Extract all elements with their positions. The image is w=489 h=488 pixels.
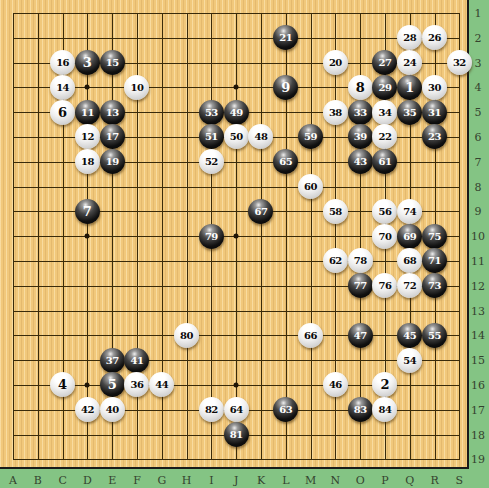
stone-43[interactable]: 43	[348, 149, 373, 174]
stone-78[interactable]: 78	[348, 248, 373, 273]
stone-22[interactable]: 22	[372, 124, 397, 149]
stone-84[interactable]: 84	[372, 397, 397, 422]
row-label-16: 16	[471, 379, 485, 392]
row-label-15: 15	[471, 354, 485, 367]
row-label-1: 1	[475, 7, 482, 20]
stone-82[interactable]: 82	[199, 397, 224, 422]
stone-58[interactable]: 58	[323, 199, 348, 224]
column-label-L: L	[282, 474, 289, 487]
stone-2[interactable]: 2	[372, 372, 397, 397]
stone-29[interactable]: 29	[372, 75, 397, 100]
stone-46[interactable]: 46	[323, 372, 348, 397]
stone-38[interactable]: 38	[323, 100, 348, 125]
stone-18[interactable]: 18	[75, 149, 100, 174]
stone-80[interactable]: 80	[174, 323, 199, 348]
stone-39[interactable]: 39	[348, 124, 373, 149]
stone-8[interactable]: 8	[348, 75, 373, 100]
stone-17[interactable]: 17	[100, 124, 125, 149]
go-board-viewer: 2128261631520272432141098291306111353493…	[0, 0, 489, 488]
stone-20[interactable]: 20	[323, 50, 348, 75]
row-label-6: 6	[475, 131, 482, 144]
row-label-4: 4	[475, 81, 482, 94]
row-label-11: 11	[471, 255, 485, 268]
go-board[interactable]: 2128261631520272432141098291306111353493…	[1, 1, 472, 472]
column-label-C: C	[58, 474, 66, 487]
stone-14[interactable]: 14	[50, 75, 75, 100]
column-label-M: M	[305, 474, 316, 487]
row-label-12: 12	[471, 279, 485, 292]
stone-42[interactable]: 42	[75, 397, 100, 422]
row-label-19: 19	[471, 453, 485, 466]
stone-61[interactable]: 61	[372, 149, 397, 174]
stone-37[interactable]: 37	[100, 348, 125, 373]
stone-49[interactable]: 49	[224, 100, 249, 125]
stone-35[interactable]: 35	[397, 100, 422, 125]
row-label-7: 7	[475, 155, 482, 168]
stone-56[interactable]: 56	[372, 199, 397, 224]
stone-76[interactable]: 76	[372, 273, 397, 298]
stone-7[interactable]: 7	[75, 199, 100, 224]
column-label-B: B	[34, 474, 42, 487]
stone-48[interactable]: 48	[248, 124, 273, 149]
column-label-G: G	[157, 474, 166, 487]
row-label-2: 2	[475, 31, 482, 44]
stone-33[interactable]: 33	[348, 100, 373, 125]
stone-60[interactable]: 60	[298, 174, 323, 199]
column-label-D: D	[83, 474, 92, 487]
row-label-5: 5	[475, 106, 482, 119]
stone-5[interactable]: 5	[100, 372, 125, 397]
stone-51[interactable]: 51	[199, 124, 224, 149]
stone-54[interactable]: 54	[397, 348, 422, 373]
row-label-14: 14	[471, 329, 485, 342]
stone-28[interactable]: 28	[397, 25, 422, 50]
row-label-8: 8	[475, 180, 482, 193]
stone-62[interactable]: 62	[323, 248, 348, 273]
stone-59[interactable]: 59	[298, 124, 323, 149]
stone-77[interactable]: 77	[348, 273, 373, 298]
stone-68[interactable]: 68	[397, 248, 422, 273]
stone-4[interactable]: 4	[50, 372, 75, 397]
stone-10[interactable]: 10	[124, 75, 149, 100]
stone-24[interactable]: 24	[397, 50, 422, 75]
stone-32[interactable]: 32	[447, 50, 472, 75]
stone-11[interactable]: 11	[75, 100, 100, 125]
column-label-S: S	[456, 474, 464, 487]
stone-53[interactable]: 53	[199, 100, 224, 125]
stone-69[interactable]: 69	[397, 224, 422, 249]
stone-34[interactable]: 34	[372, 100, 397, 125]
stone-23[interactable]: 23	[422, 124, 447, 149]
row-label-9: 9	[475, 205, 482, 218]
stone-67[interactable]: 67	[248, 199, 273, 224]
stone-73[interactable]: 73	[422, 273, 447, 298]
row-label-13: 13	[471, 304, 485, 317]
column-label-J: J	[234, 474, 238, 487]
stone-6[interactable]: 6	[50, 100, 75, 125]
stone-13[interactable]: 13	[100, 100, 125, 125]
stone-52[interactable]: 52	[199, 149, 224, 174]
stone-47[interactable]: 47	[348, 323, 373, 348]
column-label-R: R	[430, 474, 438, 487]
stone-45[interactable]: 45	[397, 323, 422, 348]
row-label-10: 10	[471, 230, 485, 243]
column-label-H: H	[182, 474, 192, 487]
stone-41[interactable]: 41	[124, 348, 149, 373]
stone-12[interactable]: 12	[75, 124, 100, 149]
stone-79[interactable]: 79	[199, 224, 224, 249]
stone-3[interactable]: 3	[75, 50, 100, 75]
stone-72[interactable]: 72	[397, 273, 422, 298]
stone-65[interactable]: 65	[273, 149, 298, 174]
stone-75[interactable]: 75	[422, 224, 447, 249]
stone-26[interactable]: 26	[422, 25, 447, 50]
stone-31[interactable]: 31	[422, 100, 447, 125]
stone-15[interactable]: 15	[100, 50, 125, 75]
stone-27[interactable]: 27	[372, 50, 397, 75]
stone-63[interactable]: 63	[273, 397, 298, 422]
stone-9[interactable]: 9	[273, 75, 298, 100]
stone-55[interactable]: 55	[422, 323, 447, 348]
stone-66[interactable]: 66	[298, 323, 323, 348]
row-label-3: 3	[475, 56, 482, 69]
row-label-18: 18	[471, 428, 485, 441]
stone-83[interactable]: 83	[348, 397, 373, 422]
stone-30[interactable]: 30	[422, 75, 447, 100]
stone-21[interactable]: 21	[273, 25, 298, 50]
column-label-I: I	[209, 474, 213, 487]
stone-64[interactable]: 64	[224, 397, 249, 422]
stone-44[interactable]: 44	[149, 372, 174, 397]
column-label-Q: Q	[405, 474, 414, 487]
stone-1[interactable]: 1	[397, 75, 422, 100]
stone-16[interactable]: 16	[50, 50, 75, 75]
stone-50[interactable]: 50	[224, 124, 249, 149]
column-label-N: N	[331, 474, 341, 487]
stone-70[interactable]: 70	[372, 224, 397, 249]
stone-71[interactable]: 71	[422, 248, 447, 273]
row-label-17: 17	[471, 403, 485, 416]
column-label-F: F	[133, 474, 141, 487]
column-label-O: O	[356, 474, 365, 487]
stone-81[interactable]: 81	[224, 422, 249, 447]
column-label-P: P	[381, 474, 388, 487]
stone-36[interactable]: 36	[124, 372, 149, 397]
stone-40[interactable]: 40	[100, 397, 125, 422]
column-label-E: E	[108, 474, 116, 487]
column-label-K: K	[257, 474, 265, 487]
stone-74[interactable]: 74	[397, 199, 422, 224]
stone-19[interactable]: 19	[100, 149, 125, 174]
column-label-A: A	[9, 474, 17, 487]
